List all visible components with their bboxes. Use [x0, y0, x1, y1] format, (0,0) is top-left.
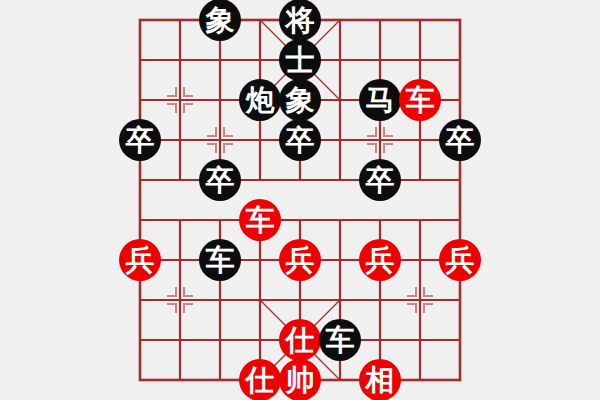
piece-red-advisor-d10[interactable]: 仕	[239, 359, 281, 400]
pieces-layer: 象将士炮象马车卒卒卒卒卒车兵车兵兵兵仕车仕帅相	[0, 0, 600, 400]
piece-black-elephant-c1[interactable]: 象	[199, 0, 241, 41]
piece-red-soldier-a7[interactable]: 兵	[119, 239, 161, 281]
piece-red-general-e10[interactable]: 帅	[279, 359, 321, 400]
piece-red-soldier-i7[interactable]: 兵	[439, 239, 481, 281]
piece-black-general-e1[interactable]: 将	[279, 0, 321, 41]
piece-black-soldier-c5[interactable]: 卒	[199, 159, 241, 201]
piece-black-cannon-d3[interactable]: 炮	[239, 79, 281, 121]
piece-red-chariot-d6[interactable]: 车	[239, 199, 281, 241]
piece-red-advisor-e9[interactable]: 仕	[279, 319, 321, 361]
piece-black-soldier-a4[interactable]: 卒	[119, 119, 161, 161]
piece-black-soldier-e4[interactable]: 卒	[279, 119, 321, 161]
piece-black-chariot-f9[interactable]: 车	[319, 319, 361, 361]
piece-red-chariot-h3[interactable]: 车	[399, 79, 441, 121]
piece-black-elephant-e3[interactable]: 象	[279, 79, 321, 121]
piece-red-soldier-g7[interactable]: 兵	[359, 239, 401, 281]
piece-red-soldier-e7[interactable]: 兵	[279, 239, 321, 281]
piece-black-soldier-g5[interactable]: 卒	[359, 159, 401, 201]
piece-black-advisor-e2[interactable]: 士	[279, 39, 321, 81]
piece-black-soldier-i4[interactable]: 卒	[439, 119, 481, 161]
piece-black-horse-g3[interactable]: 马	[359, 79, 401, 121]
xiangqi-board: 象将士炮象马车卒卒卒卒卒车兵车兵兵兵仕车仕帅相	[0, 0, 600, 400]
piece-black-chariot-c7[interactable]: 车	[199, 239, 241, 281]
piece-red-elephant-g10[interactable]: 相	[359, 359, 401, 400]
